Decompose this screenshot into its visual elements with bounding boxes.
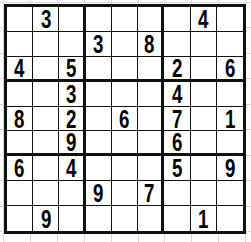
cell-r9c2[interactable]: 9 [33, 206, 59, 231]
cell-digit: 9 [41, 206, 51, 231]
cell-digit: 1 [225, 107, 235, 132]
cell-r4c2[interactable] [33, 82, 59, 107]
cell-digit: 3 [66, 82, 76, 107]
cell-digit: 9 [93, 181, 103, 206]
cell-r3c6[interactable] [138, 57, 164, 82]
cell-r4c4[interactable] [86, 82, 112, 107]
cell-r6c7[interactable]: 6 [164, 131, 190, 156]
cell-r4c9[interactable] [217, 82, 243, 107]
cell-r2c3[interactable] [59, 32, 85, 57]
cell-digit: 3 [41, 7, 51, 32]
cell-digit: 6 [14, 156, 24, 181]
cell-r2c8[interactable] [191, 32, 217, 57]
cell-r5c5[interactable]: 6 [112, 107, 138, 132]
cell-digit: 4 [66, 156, 76, 181]
page-background: 3438452634826719664599791 [0, 0, 251, 242]
cell-r4c6[interactable] [138, 82, 164, 107]
cell-r7c3[interactable]: 4 [59, 156, 85, 181]
cell-digit: 4 [198, 7, 208, 32]
cell-r6c2[interactable] [33, 131, 59, 156]
cell-digit: 2 [66, 107, 76, 132]
cell-r2c5[interactable] [112, 32, 138, 57]
cell-r1c6[interactable] [138, 7, 164, 32]
cell-digit: 8 [145, 32, 155, 57]
cell-r3c2[interactable] [33, 57, 59, 82]
cell-r8c2[interactable] [33, 181, 59, 206]
cell-r8c5[interactable] [112, 181, 138, 206]
cell-r2c7[interactable] [164, 32, 190, 57]
cell-r4c3[interactable]: 3 [59, 82, 85, 107]
cell-digit: 7 [172, 107, 182, 132]
cell-r1c7[interactable] [164, 7, 190, 32]
cell-r5c7[interactable]: 7 [164, 107, 190, 132]
cell-r6c9[interactable] [217, 131, 243, 156]
cell-r8c3[interactable] [59, 181, 85, 206]
cell-r3c7[interactable]: 2 [164, 57, 190, 82]
sudoku-board: 3438452634826719664599791 [4, 4, 246, 234]
cell-r5c9[interactable]: 1 [217, 107, 243, 132]
cell-r6c5[interactable] [112, 131, 138, 156]
cell-r3c4[interactable] [86, 57, 112, 82]
cell-r9c5[interactable] [112, 206, 138, 231]
cell-r8c7[interactable] [164, 181, 190, 206]
cell-r6c4[interactable] [86, 131, 112, 156]
cell-digit: 1 [198, 206, 208, 231]
cell-r4c1[interactable] [7, 82, 33, 107]
cell-r3c9[interactable]: 6 [217, 57, 243, 82]
cell-r8c6[interactable]: 7 [138, 181, 164, 206]
cell-r2c9[interactable] [217, 32, 243, 57]
cell-r1c4[interactable] [86, 7, 112, 32]
cell-r9c7[interactable] [164, 206, 190, 231]
cell-r6c1[interactable] [7, 131, 33, 156]
cell-digit: 5 [172, 156, 182, 181]
cell-r5c6[interactable] [138, 107, 164, 132]
cell-r9c9[interactable] [217, 206, 243, 231]
cell-r7c4[interactable] [86, 156, 112, 181]
cell-r2c1[interactable] [7, 32, 33, 57]
cell-digit: 5 [66, 57, 76, 81]
cell-digit: 3 [93, 32, 103, 57]
cell-digit: 7 [145, 181, 155, 206]
cell-r7c1[interactable]: 6 [7, 156, 33, 181]
cell-r6c8[interactable] [191, 131, 217, 156]
cell-r8c8[interactable] [191, 181, 217, 206]
cell-digit: 6 [172, 131, 182, 155]
cell-r7c8[interactable] [191, 156, 217, 181]
cell-r7c6[interactable] [138, 156, 164, 181]
cell-r3c8[interactable] [191, 57, 217, 82]
cell-digit: 6 [119, 107, 129, 132]
cell-digit: 4 [172, 82, 182, 107]
cell-digit: 9 [225, 156, 235, 181]
cell-r5c3[interactable]: 2 [59, 107, 85, 132]
cell-r6c6[interactable] [138, 131, 164, 156]
cell-r9c4[interactable] [86, 206, 112, 231]
cell-r6c3[interactable]: 9 [59, 131, 85, 156]
cell-r5c8[interactable] [191, 107, 217, 132]
cell-r7c5[interactable] [112, 156, 138, 181]
cell-r5c1[interactable]: 8 [7, 107, 33, 132]
cell-r4c7[interactable]: 4 [164, 82, 190, 107]
cell-r8c4[interactable]: 9 [86, 181, 112, 206]
cell-r1c8[interactable]: 4 [191, 7, 217, 32]
cell-r1c5[interactable] [112, 7, 138, 32]
cell-digit: 6 [225, 57, 235, 81]
cell-r4c8[interactable] [191, 82, 217, 107]
cell-r7c7[interactable]: 5 [164, 156, 190, 181]
cell-r1c1[interactable] [7, 7, 33, 32]
cell-digit: 4 [14, 57, 24, 81]
cell-r1c9[interactable] [217, 7, 243, 32]
cell-r5c4[interactable] [86, 107, 112, 132]
cell-r7c9[interactable]: 9 [217, 156, 243, 181]
cell-r1c3[interactable] [59, 7, 85, 32]
cell-digit: 2 [172, 57, 182, 81]
cell-r2c4[interactable]: 3 [86, 32, 112, 57]
cell-r8c9[interactable] [217, 181, 243, 206]
cell-r1c2[interactable]: 3 [33, 7, 59, 32]
cell-r3c1[interactable]: 4 [7, 57, 33, 82]
cell-r3c5[interactable] [112, 57, 138, 82]
cell-r9c8[interactable]: 1 [191, 206, 217, 231]
cell-r8c1[interactable] [7, 181, 33, 206]
cell-r5c2[interactable] [33, 107, 59, 132]
cell-r2c2[interactable] [33, 32, 59, 57]
cell-r9c1[interactable] [7, 206, 33, 231]
cell-r2c6[interactable]: 8 [138, 32, 164, 57]
cell-r4c5[interactable] [112, 82, 138, 107]
cell-r9c3[interactable] [59, 206, 85, 231]
cell-digit: 8 [14, 107, 24, 132]
cell-r7c2[interactable] [33, 156, 59, 181]
cell-digit: 9 [66, 131, 76, 155]
cell-r9c6[interactable] [138, 206, 164, 231]
cell-r3c3[interactable]: 5 [59, 57, 85, 82]
